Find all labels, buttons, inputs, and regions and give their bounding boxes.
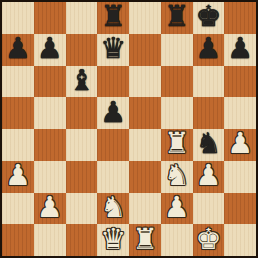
piece-white-pawn[interactable]: ♟: [227, 129, 253, 158]
square-f8[interactable]: ♜: [161, 2, 193, 34]
square-b5[interactable]: [34, 97, 66, 129]
piece-black-pawn[interactable]: ♟: [5, 34, 31, 63]
piece-white-rook[interactable]: ♜: [132, 225, 158, 254]
square-e7[interactable]: [129, 34, 161, 66]
square-a4[interactable]: [2, 129, 34, 161]
square-b4[interactable]: [34, 129, 66, 161]
square-a5[interactable]: [2, 97, 34, 129]
square-e6[interactable]: [129, 66, 161, 98]
square-g5[interactable]: [193, 97, 225, 129]
square-e5[interactable]: [129, 97, 161, 129]
square-d7[interactable]: ♛: [97, 34, 129, 66]
piece-white-rook[interactable]: ♜: [164, 129, 190, 158]
piece-white-pawn[interactable]: ♟: [37, 193, 63, 222]
square-g1[interactable]: ♚: [193, 224, 225, 256]
square-d5[interactable]: ♟: [97, 97, 129, 129]
square-c8[interactable]: [66, 2, 98, 34]
square-a1[interactable]: [2, 224, 34, 256]
square-d1[interactable]: ♛: [97, 224, 129, 256]
square-f6[interactable]: [161, 66, 193, 98]
piece-black-bishop[interactable]: ♝: [68, 66, 94, 95]
square-f7[interactable]: [161, 34, 193, 66]
square-h5[interactable]: [224, 97, 256, 129]
piece-white-knight[interactable]: ♞: [100, 193, 126, 222]
piece-black-rook[interactable]: ♜: [164, 2, 190, 31]
square-d2[interactable]: ♞: [97, 193, 129, 225]
piece-black-queen[interactable]: ♛: [100, 34, 126, 63]
square-d4[interactable]: [97, 129, 129, 161]
piece-white-pawn[interactable]: ♟: [195, 161, 221, 190]
square-a7[interactable]: ♟: [2, 34, 34, 66]
piece-white-king[interactable]: ♚: [195, 225, 221, 254]
piece-black-pawn[interactable]: ♟: [195, 34, 221, 63]
piece-white-pawn[interactable]: ♟: [164, 193, 190, 222]
square-b7[interactable]: ♟: [34, 34, 66, 66]
square-h8[interactable]: [224, 2, 256, 34]
piece-black-knight[interactable]: ♞: [195, 129, 221, 158]
square-e8[interactable]: [129, 2, 161, 34]
square-b3[interactable]: [34, 161, 66, 193]
piece-black-pawn[interactable]: ♟: [227, 34, 253, 63]
square-g8[interactable]: ♚: [193, 2, 225, 34]
square-g3[interactable]: ♟: [193, 161, 225, 193]
square-g2[interactable]: [193, 193, 225, 225]
square-b1[interactable]: [34, 224, 66, 256]
square-h7[interactable]: ♟: [224, 34, 256, 66]
square-e2[interactable]: [129, 193, 161, 225]
square-f5[interactable]: [161, 97, 193, 129]
piece-white-knight[interactable]: ♞: [164, 161, 190, 190]
piece-black-king[interactable]: ♚: [195, 2, 221, 31]
piece-black-rook[interactable]: ♜: [100, 2, 126, 31]
square-f1[interactable]: [161, 224, 193, 256]
piece-black-pawn[interactable]: ♟: [37, 34, 63, 63]
square-f2[interactable]: ♟: [161, 193, 193, 225]
square-c2[interactable]: [66, 193, 98, 225]
square-e4[interactable]: [129, 129, 161, 161]
square-f4[interactable]: ♜: [161, 129, 193, 161]
square-c5[interactable]: [66, 97, 98, 129]
square-c4[interactable]: [66, 129, 98, 161]
square-a2[interactable]: [2, 193, 34, 225]
chess-board-frame: ♜♜♚♟♟♛♟♟♝♟♜♞♟♟♞♟♟♞♟♛♜♚: [0, 0, 258, 258]
square-c7[interactable]: [66, 34, 98, 66]
piece-white-pawn[interactable]: ♟: [5, 161, 31, 190]
square-e3[interactable]: [129, 161, 161, 193]
square-c1[interactable]: [66, 224, 98, 256]
square-h1[interactable]: [224, 224, 256, 256]
square-d6[interactable]: [97, 66, 129, 98]
square-g4[interactable]: ♞: [193, 129, 225, 161]
square-c6[interactable]: ♝: [66, 66, 98, 98]
square-a6[interactable]: [2, 66, 34, 98]
square-g7[interactable]: ♟: [193, 34, 225, 66]
chess-board: ♜♜♚♟♟♛♟♟♝♟♜♞♟♟♞♟♟♞♟♛♜♚: [2, 2, 256, 256]
square-h6[interactable]: [224, 66, 256, 98]
square-d8[interactable]: ♜: [97, 2, 129, 34]
square-b6[interactable]: [34, 66, 66, 98]
square-a3[interactable]: ♟: [2, 161, 34, 193]
square-a8[interactable]: [2, 2, 34, 34]
square-h3[interactable]: [224, 161, 256, 193]
square-h2[interactable]: [224, 193, 256, 225]
square-c3[interactable]: [66, 161, 98, 193]
square-b2[interactable]: ♟: [34, 193, 66, 225]
square-g6[interactable]: [193, 66, 225, 98]
square-f3[interactable]: ♞: [161, 161, 193, 193]
piece-black-pawn[interactable]: ♟: [100, 98, 126, 127]
square-d3[interactable]: [97, 161, 129, 193]
piece-white-queen[interactable]: ♛: [100, 225, 126, 254]
square-h4[interactable]: ♟: [224, 129, 256, 161]
square-b8[interactable]: [34, 2, 66, 34]
square-e1[interactable]: ♜: [129, 224, 161, 256]
